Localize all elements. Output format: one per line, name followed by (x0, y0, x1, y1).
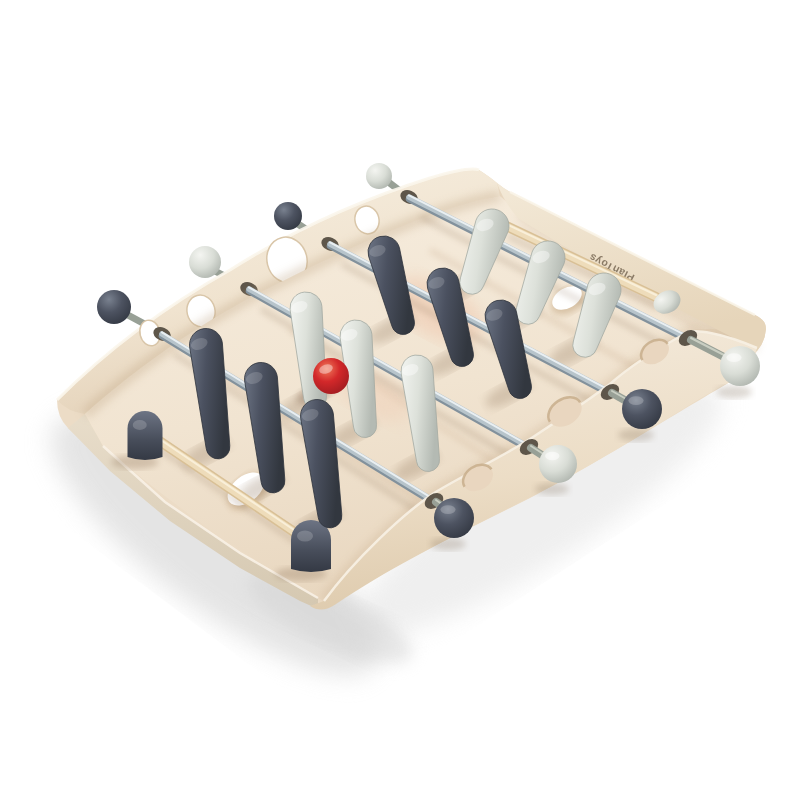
handle-knob-light (189, 246, 221, 278)
handle-knob-light (720, 346, 760, 386)
striker-cap-dark (291, 520, 331, 572)
ball-layer (313, 358, 349, 394)
striker-cap-dark (128, 411, 163, 460)
product-photo-foosball: PlanToys (0, 0, 808, 808)
handle-knob-dark (434, 498, 474, 538)
handle-knob-dark (274, 202, 302, 230)
handle-knob-dark (622, 389, 662, 429)
red-ball (313, 358, 349, 394)
foosball-scene: PlanToys (0, 0, 808, 808)
handle-knob-light (539, 445, 577, 483)
handle-knob-light (366, 163, 392, 189)
handle-knob-dark (97, 290, 131, 324)
